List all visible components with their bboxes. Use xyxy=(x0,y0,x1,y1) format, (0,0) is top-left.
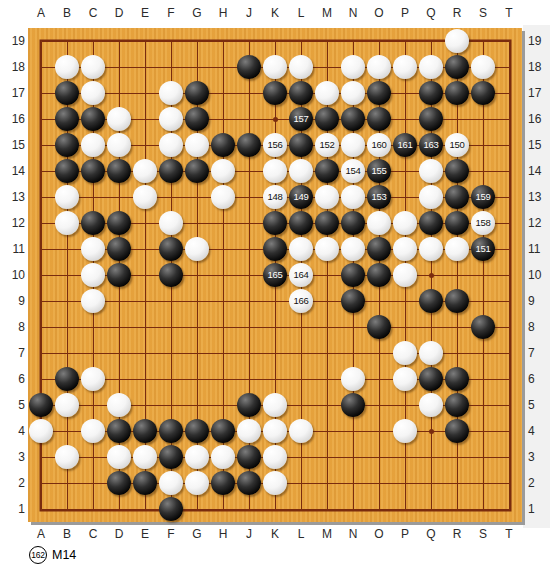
row-label-right-1: 1 xyxy=(528,501,550,517)
stone-G2[interactable] xyxy=(185,471,209,495)
column-label-bottom-Q: Q xyxy=(418,527,444,541)
star-point xyxy=(429,429,434,434)
stone-N15[interactable] xyxy=(341,133,365,157)
numbered-stone-K13[interactable]: 148 xyxy=(263,185,287,209)
stone-Q12[interactable] xyxy=(419,211,443,235)
stone-B5[interactable] xyxy=(55,393,79,417)
stone-J15[interactable] xyxy=(237,133,261,157)
stone-B13[interactable] xyxy=(55,185,79,209)
stone-C16[interactable] xyxy=(81,107,105,131)
column-label-top-T: T xyxy=(496,6,522,20)
stone-P7[interactable] xyxy=(393,341,417,365)
column-label-top-L: L xyxy=(288,6,314,20)
numbered-stone-K15[interactable]: 156 xyxy=(263,133,287,157)
row-label-left-8: 8 xyxy=(3,319,25,335)
stone-O17[interactable] xyxy=(367,81,391,105)
stone-J4[interactable] xyxy=(237,419,261,443)
row-label-left-14: 14 xyxy=(3,163,25,179)
stone-B18[interactable] xyxy=(55,55,79,79)
numbered-stone-R15[interactable]: 150 xyxy=(445,133,469,157)
column-label-bottom-M: M xyxy=(314,527,340,541)
stone-N13[interactable] xyxy=(341,185,365,209)
stone-F17[interactable] xyxy=(159,81,183,105)
stone-R6[interactable] xyxy=(445,367,469,391)
stone-B14[interactable] xyxy=(55,159,79,183)
stone-D14[interactable] xyxy=(107,159,131,183)
row-label-right-15: 15 xyxy=(528,137,550,153)
stone-D16[interactable] xyxy=(107,107,131,131)
stone-D10[interactable] xyxy=(107,263,131,287)
row-label-left-16: 16 xyxy=(3,111,25,127)
column-label-top-B: B xyxy=(54,6,80,20)
column-label-top-F: F xyxy=(158,6,184,20)
star-point xyxy=(273,117,278,122)
stone-N18[interactable] xyxy=(341,55,365,79)
column-label-bottom-E: E xyxy=(132,527,158,541)
row-label-right-5: 5 xyxy=(528,397,550,413)
stone-M12[interactable] xyxy=(315,211,339,235)
move-annotation: 162 M14 xyxy=(29,546,76,564)
stone-C17[interactable] xyxy=(81,81,105,105)
row-label-left-2: 2 xyxy=(3,475,25,491)
stone-G14[interactable] xyxy=(185,159,209,183)
numbered-stone-M15[interactable]: 152 xyxy=(315,133,339,157)
stone-R11[interactable] xyxy=(445,237,469,261)
stone-N5[interactable] xyxy=(341,393,365,417)
stone-M11[interactable] xyxy=(315,237,339,261)
stone-H4[interactable] xyxy=(211,419,235,443)
stone-D15[interactable] xyxy=(107,133,131,157)
row-label-right-6: 6 xyxy=(528,371,550,387)
column-label-bottom-C: C xyxy=(80,527,106,541)
stone-R13[interactable] xyxy=(445,185,469,209)
stone-N12[interactable] xyxy=(341,211,365,235)
row-label-right-14: 14 xyxy=(528,163,550,179)
stone-C12[interactable] xyxy=(81,211,105,235)
row-label-right-13: 13 xyxy=(528,189,550,205)
stone-C15[interactable] xyxy=(81,133,105,157)
stone-N6[interactable] xyxy=(341,367,365,391)
column-label-top-Q: Q xyxy=(418,6,444,20)
column-label-top-J: J xyxy=(236,6,262,20)
stone-Q6[interactable] xyxy=(419,367,443,391)
row-label-right-17: 17 xyxy=(528,85,550,101)
stone-J18[interactable] xyxy=(237,55,261,79)
row-label-left-10: 10 xyxy=(3,267,25,283)
stone-F14[interactable] xyxy=(159,159,183,183)
stone-Q18[interactable] xyxy=(419,55,443,79)
numbered-stone-K10[interactable]: 165 xyxy=(263,263,287,287)
stone-P10[interactable] xyxy=(393,263,417,287)
numbered-stone-O15[interactable]: 160 xyxy=(367,133,391,157)
column-label-top-E: E xyxy=(132,6,158,20)
column-label-bottom-N: N xyxy=(340,527,366,541)
stone-B16[interactable] xyxy=(55,107,79,131)
column-label-top-S: S xyxy=(470,6,496,20)
stone-P12[interactable] xyxy=(393,211,417,235)
stone-G4[interactable] xyxy=(185,419,209,443)
stone-O8[interactable] xyxy=(367,315,391,339)
stone-F4[interactable] xyxy=(159,419,183,443)
stone-G3[interactable] xyxy=(185,445,209,469)
row-label-right-16: 16 xyxy=(528,111,550,127)
numbered-stone-L16[interactable]: 157 xyxy=(289,107,313,131)
stone-N10[interactable] xyxy=(341,263,365,287)
column-label-bottom-B: B xyxy=(54,527,80,541)
numbered-stone-O14[interactable]: 155 xyxy=(367,159,391,183)
column-label-top-M: M xyxy=(314,6,340,20)
column-label-top-O: O xyxy=(366,6,392,20)
stone-Q14[interactable] xyxy=(419,159,443,183)
stone-R14[interactable] xyxy=(445,159,469,183)
stone-K5[interactable] xyxy=(263,393,287,417)
stone-Q16[interactable] xyxy=(419,107,443,131)
stone-F10[interactable] xyxy=(159,263,183,287)
stone-K18[interactable] xyxy=(263,55,287,79)
row-label-left-9: 9 xyxy=(3,293,25,309)
stone-B3[interactable] xyxy=(55,445,79,469)
column-label-top-P: P xyxy=(392,6,418,20)
stone-C4[interactable] xyxy=(81,419,105,443)
stone-R9[interactable] xyxy=(445,289,469,313)
column-label-bottom-J: J xyxy=(236,527,262,541)
stone-K12[interactable] xyxy=(263,211,287,235)
stone-B6[interactable] xyxy=(55,367,79,391)
stone-N16[interactable] xyxy=(341,107,365,131)
stone-K11[interactable] xyxy=(263,237,287,261)
stone-P18[interactable] xyxy=(393,55,417,79)
row-label-left-12: 12 xyxy=(3,215,25,231)
numbered-stone-N14[interactable]: 154 xyxy=(341,159,365,183)
column-label-bottom-P: P xyxy=(392,527,418,541)
stone-L11[interactable] xyxy=(289,237,313,261)
stone-Q5[interactable] xyxy=(419,393,443,417)
stone-H3[interactable] xyxy=(211,445,235,469)
row-label-left-1: 1 xyxy=(3,501,25,517)
white-stone-icon: 162 xyxy=(29,546,47,564)
stone-M14[interactable] xyxy=(315,159,339,183)
stone-K2[interactable] xyxy=(263,471,287,495)
row-label-left-3: 3 xyxy=(3,449,25,465)
row-label-left-13: 13 xyxy=(3,189,25,205)
stone-Q11[interactable] xyxy=(419,237,443,261)
stone-D3[interactable] xyxy=(107,445,131,469)
stone-H15[interactable] xyxy=(211,133,235,157)
row-label-right-4: 4 xyxy=(528,423,550,439)
column-label-top-H: H xyxy=(210,6,236,20)
stone-F15[interactable] xyxy=(159,133,183,157)
stone-R19[interactable] xyxy=(445,29,469,53)
stone-J2[interactable] xyxy=(237,471,261,495)
row-label-left-5: 5 xyxy=(3,397,25,413)
stone-E13[interactable] xyxy=(133,185,157,209)
stone-S18[interactable] xyxy=(471,55,495,79)
stone-N17[interactable] xyxy=(341,81,365,105)
stone-C18[interactable] xyxy=(81,55,105,79)
row-label-left-15: 15 xyxy=(3,137,25,153)
stone-Q17[interactable] xyxy=(419,81,443,105)
stone-L14[interactable] xyxy=(289,159,313,183)
stone-Q9[interactable] xyxy=(419,289,443,313)
stone-B17[interactable] xyxy=(55,81,79,105)
stone-E2[interactable] xyxy=(133,471,157,495)
stone-A5[interactable] xyxy=(29,393,53,417)
stone-O12[interactable] xyxy=(367,211,391,235)
stone-D2[interactable] xyxy=(107,471,131,495)
stone-F11[interactable] xyxy=(159,237,183,261)
move-location: M14 xyxy=(52,548,76,562)
row-label-right-10: 10 xyxy=(528,267,550,283)
stone-H2[interactable] xyxy=(211,471,235,495)
stone-P11[interactable] xyxy=(393,237,417,261)
numbered-stone-Q15[interactable]: 163 xyxy=(419,133,443,157)
stone-E14[interactable] xyxy=(133,159,157,183)
stone-Q7[interactable] xyxy=(419,341,443,365)
stone-N9[interactable] xyxy=(341,289,365,313)
stone-Q13[interactable] xyxy=(419,185,443,209)
stone-S8[interactable] xyxy=(471,315,495,339)
stone-S17[interactable] xyxy=(471,81,495,105)
column-label-bottom-L: L xyxy=(288,527,314,541)
row-label-left-18: 18 xyxy=(3,59,25,75)
column-label-bottom-R: R xyxy=(444,527,470,541)
stone-R4[interactable] xyxy=(445,419,469,443)
row-label-right-11: 11 xyxy=(528,241,550,257)
stone-O18[interactable] xyxy=(367,55,391,79)
row-label-right-12: 12 xyxy=(528,215,550,231)
stone-O10[interactable] xyxy=(367,263,391,287)
numbered-stone-P15[interactable]: 161 xyxy=(393,133,417,157)
stone-C14[interactable] xyxy=(81,159,105,183)
numbered-stone-L10[interactable]: 164 xyxy=(289,263,313,287)
stone-K17[interactable] xyxy=(263,81,287,105)
column-label-top-C: C xyxy=(80,6,106,20)
column-label-bottom-A: A xyxy=(28,527,54,541)
stone-L17[interactable] xyxy=(289,81,313,105)
stone-C11[interactable] xyxy=(81,237,105,261)
stone-G16[interactable] xyxy=(185,107,209,131)
stone-P4[interactable] xyxy=(393,419,417,443)
numbered-stone-O13[interactable]: 153 xyxy=(367,185,391,209)
numbered-stone-S11[interactable]: 151 xyxy=(471,237,495,261)
stone-B12[interactable] xyxy=(55,211,79,235)
column-label-top-G: G xyxy=(184,6,210,20)
stone-F3[interactable] xyxy=(159,445,183,469)
stone-F2[interactable] xyxy=(159,471,183,495)
row-label-right-8: 8 xyxy=(528,319,550,335)
stone-D4[interactable] xyxy=(107,419,131,443)
stone-D11[interactable] xyxy=(107,237,131,261)
row-label-left-11: 11 xyxy=(3,241,25,257)
column-label-bottom-F: F xyxy=(158,527,184,541)
numbered-stone-L9[interactable]: 166 xyxy=(289,289,313,313)
stone-O16[interactable] xyxy=(367,107,391,131)
stone-E3[interactable] xyxy=(133,445,157,469)
column-label-top-D: D xyxy=(106,6,132,20)
stone-L15[interactable] xyxy=(289,133,313,157)
stone-G11[interactable] xyxy=(185,237,209,261)
row-label-left-17: 17 xyxy=(3,85,25,101)
stone-A4[interactable] xyxy=(29,419,53,443)
stone-R12[interactable] xyxy=(445,211,469,235)
stone-E4[interactable] xyxy=(133,419,157,443)
row-label-left-6: 6 xyxy=(3,371,25,387)
stone-H13[interactable] xyxy=(211,185,235,209)
go-board[interactable]: 1571561521601611631501541551481491531591… xyxy=(28,28,522,522)
stone-N11[interactable] xyxy=(341,237,365,261)
stone-M13[interactable] xyxy=(315,185,339,209)
column-label-bottom-O: O xyxy=(366,527,392,541)
stone-B15[interactable] xyxy=(55,133,79,157)
stone-L12[interactable] xyxy=(289,211,313,235)
numbered-stone-S12[interactable]: 158 xyxy=(471,211,495,235)
row-label-right-7: 7 xyxy=(528,345,550,361)
stone-P6[interactable] xyxy=(393,367,417,391)
row-label-left-7: 7 xyxy=(3,345,25,361)
stone-C6[interactable] xyxy=(81,367,105,391)
column-label-bottom-S: S xyxy=(470,527,496,541)
star-point xyxy=(429,273,434,278)
row-label-left-4: 4 xyxy=(3,423,25,439)
stone-R18[interactable] xyxy=(445,55,469,79)
row-label-right-9: 9 xyxy=(528,293,550,309)
stone-L18[interactable] xyxy=(289,55,313,79)
stone-J3[interactable] xyxy=(237,445,261,469)
stone-G15[interactable] xyxy=(185,133,209,157)
stone-F1[interactable] xyxy=(159,497,183,521)
numbered-stone-S13[interactable]: 159 xyxy=(471,185,495,209)
stone-M16[interactable] xyxy=(315,107,339,131)
stone-C10[interactable] xyxy=(81,263,105,287)
stone-R5[interactable] xyxy=(445,393,469,417)
stone-K4[interactable] xyxy=(263,419,287,443)
stone-H14[interactable] xyxy=(211,159,235,183)
column-label-bottom-H: H xyxy=(210,527,236,541)
row-label-right-18: 18 xyxy=(528,59,550,75)
stone-F16[interactable] xyxy=(159,107,183,131)
numbered-stone-L13[interactable]: 149 xyxy=(289,185,313,209)
stone-O11[interactable] xyxy=(367,237,391,261)
stone-K3[interactable] xyxy=(263,445,287,469)
go-diagram: 1571561521601611631501541551481491531591… xyxy=(0,0,550,582)
column-label-bottom-K: K xyxy=(262,527,288,541)
column-label-top-K: K xyxy=(262,6,288,20)
stone-F12[interactable] xyxy=(159,211,183,235)
stone-K14[interactable] xyxy=(263,159,287,183)
row-label-right-19: 19 xyxy=(528,33,550,49)
stone-J5[interactable] xyxy=(237,393,261,417)
column-label-top-R: R xyxy=(444,6,470,20)
stone-L4[interactable] xyxy=(289,419,313,443)
column-label-bottom-G: G xyxy=(184,527,210,541)
stone-D12[interactable] xyxy=(107,211,131,235)
stone-M17[interactable] xyxy=(315,81,339,105)
row-label-right-3: 3 xyxy=(528,449,550,465)
row-label-right-2: 2 xyxy=(528,475,550,491)
column-label-bottom-D: D xyxy=(106,527,132,541)
stone-G17[interactable] xyxy=(185,81,209,105)
column-label-top-A: A xyxy=(28,6,54,20)
stone-D5[interactable] xyxy=(107,393,131,417)
column-label-bottom-T: T xyxy=(496,527,522,541)
row-label-left-19: 19 xyxy=(3,33,25,49)
stone-C9[interactable] xyxy=(81,289,105,313)
column-label-top-N: N xyxy=(340,6,366,20)
stone-R17[interactable] xyxy=(445,81,469,105)
